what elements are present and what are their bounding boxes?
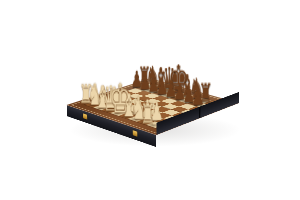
brass-latch-left [83,113,87,119]
backdrop: ♜♞♝♛♚♝♞♜♟♟♟♟♟♟♟♟♟♟♟♟♟♟♟♟♜♞♝♛♚♝♞♜ [0,0,300,200]
brass-latch-right [133,130,138,137]
piece-white-rook[interactable]: ♜ [138,100,158,128]
fold-seam-side [199,106,200,118]
